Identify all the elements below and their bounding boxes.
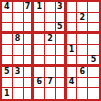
cell-r2c2[interactable] — [13, 13, 24, 24]
cell-r4c2: 8 — [13, 34, 24, 45]
cell-r9c3[interactable] — [24, 88, 35, 99]
cell-r4c1[interactable] — [2, 34, 13, 45]
cell-r7c8: 6 — [77, 67, 88, 78]
cell-r5c2[interactable] — [13, 45, 24, 56]
cell-r4c9[interactable] — [88, 34, 99, 45]
cell-r1c2[interactable] — [13, 2, 24, 13]
cell-r6c8[interactable] — [77, 56, 88, 67]
cell-r5c8[interactable] — [77, 45, 88, 56]
cell-r5c6[interactable] — [56, 45, 67, 56]
cell-r9c5[interactable] — [45, 88, 56, 99]
cell-r7c6[interactable] — [56, 67, 67, 78]
cell-r9c7[interactable] — [67, 88, 78, 99]
cell-r5c4[interactable] — [34, 45, 45, 56]
cell-r3c5[interactable] — [45, 23, 56, 34]
cell-r2c8: 2 — [77, 13, 88, 24]
cell-r1c5[interactable] — [45, 2, 56, 13]
cell-r4c5: 2 — [45, 34, 56, 45]
cell-r5c7: 1 — [67, 45, 78, 56]
cell-r3c6: 5 — [56, 23, 67, 34]
cell-r3c7[interactable] — [67, 23, 78, 34]
cell-r9c9[interactable] — [88, 88, 99, 99]
cell-r3c8[interactable] — [77, 23, 88, 34]
cell-r8c5: 7 — [45, 78, 56, 89]
cell-r8c7: 4 — [67, 78, 78, 89]
cell-r9c8[interactable] — [77, 88, 88, 99]
cell-r4c8[interactable] — [77, 34, 88, 45]
cell-r7c1: 5 — [2, 67, 13, 78]
cell-r3c1[interactable] — [2, 23, 13, 34]
cell-r8c9[interactable] — [88, 78, 99, 89]
cell-r6c6[interactable] — [56, 56, 67, 67]
cell-r8c3[interactable] — [24, 78, 35, 89]
cell-r3c4[interactable] — [34, 23, 45, 34]
cell-r5c1[interactable] — [2, 45, 13, 56]
cell-r1c8[interactable] — [77, 2, 88, 13]
cell-r8c1[interactable] — [2, 78, 13, 89]
cell-r8c8[interactable] — [77, 78, 88, 89]
cell-r2c9[interactable] — [88, 13, 99, 24]
cell-r6c5[interactable] — [45, 56, 56, 67]
cell-r6c1[interactable] — [2, 56, 13, 67]
cell-r1c4: 1 — [34, 2, 45, 13]
cell-r4c3[interactable] — [24, 34, 35, 45]
cell-r1c7[interactable] — [67, 2, 78, 13]
cell-r7c2: 3 — [13, 67, 24, 78]
cell-r7c7[interactable] — [67, 67, 78, 78]
cell-r5c3[interactable] — [24, 45, 35, 56]
cell-r3c3[interactable] — [24, 23, 35, 34]
cell-r2c7[interactable] — [67, 13, 78, 24]
cell-r2c5[interactable] — [45, 13, 56, 24]
cell-r1c6: 3 — [56, 2, 67, 13]
cell-r1c1: 4 — [2, 2, 13, 13]
cell-r4c6[interactable] — [56, 34, 67, 45]
cell-r9c6[interactable] — [56, 88, 67, 99]
cell-r3c9[interactable] — [88, 23, 99, 34]
sudoku-board: 47132582155366741 — [0, 0, 101, 101]
cell-r7c3[interactable] — [24, 67, 35, 78]
cell-r7c9[interactable] — [88, 67, 99, 78]
cell-r1c9[interactable] — [88, 2, 99, 13]
cell-r7c5[interactable] — [45, 67, 56, 78]
cell-r9c1: 1 — [2, 88, 13, 99]
cell-r6c3[interactable] — [24, 56, 35, 67]
cell-r4c7[interactable] — [67, 34, 78, 45]
cell-r7c4[interactable] — [34, 67, 45, 78]
cell-r2c4[interactable] — [34, 13, 45, 24]
cell-r8c4: 6 — [34, 78, 45, 89]
cell-r6c4[interactable] — [34, 56, 45, 67]
cell-r6c2[interactable] — [13, 56, 24, 67]
cell-r9c4[interactable] — [34, 88, 45, 99]
cell-r8c6[interactable] — [56, 78, 67, 89]
cell-r8c2[interactable] — [13, 78, 24, 89]
cell-r6c7[interactable] — [67, 56, 78, 67]
cell-r2c1[interactable] — [2, 13, 13, 24]
cell-r2c3[interactable] — [24, 13, 35, 24]
cell-r3c2[interactable] — [13, 23, 24, 34]
cell-r6c9: 5 — [88, 56, 99, 67]
cell-r5c5[interactable] — [45, 45, 56, 56]
cell-r4c4[interactable] — [34, 34, 45, 45]
cell-r1c3: 7 — [24, 2, 35, 13]
cell-r9c2[interactable] — [13, 88, 24, 99]
